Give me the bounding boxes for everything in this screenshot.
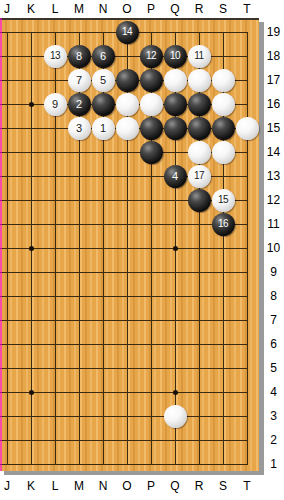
stone-black-M16: 2 bbox=[68, 93, 91, 116]
stone-black-Q18: 10 bbox=[164, 45, 187, 68]
stone-black-P18: 12 bbox=[140, 45, 163, 68]
stone-black-S11: 16 bbox=[212, 213, 235, 236]
stone-white-R17 bbox=[188, 69, 211, 92]
stone-white-N15: 1 bbox=[92, 117, 115, 140]
move-number: 10 bbox=[170, 51, 180, 61]
stone-white-N17: 5 bbox=[92, 69, 115, 92]
move-number: 2 bbox=[76, 99, 82, 110]
stone-white-Q3 bbox=[164, 405, 187, 428]
move-number: 1 bbox=[100, 123, 106, 134]
stone-white-M15: 3 bbox=[68, 117, 91, 140]
stone-white-S14 bbox=[212, 141, 235, 164]
stone-black-P17 bbox=[140, 69, 163, 92]
stone-black-R12 bbox=[188, 189, 211, 212]
stone-white-P16 bbox=[140, 93, 163, 116]
stone-black-Q15 bbox=[164, 117, 187, 140]
stone-white-S17 bbox=[212, 69, 235, 92]
stone-black-Q16 bbox=[164, 93, 187, 116]
stone-black-S15 bbox=[212, 117, 235, 140]
move-number: 16 bbox=[218, 219, 228, 229]
move-number: 13 bbox=[50, 51, 60, 61]
move-number: 7 bbox=[76, 75, 82, 86]
move-number: 12 bbox=[146, 51, 156, 61]
stone-black-R15 bbox=[188, 117, 211, 140]
move-number: 15 bbox=[218, 195, 228, 205]
stone-white-Q17 bbox=[164, 69, 187, 92]
stone-white-R18: 11 bbox=[188, 45, 211, 68]
stone-black-P14 bbox=[140, 141, 163, 164]
move-number: 3 bbox=[76, 123, 82, 134]
stone-black-N16 bbox=[92, 93, 115, 116]
stone-black-P15 bbox=[140, 117, 163, 140]
go-board-screenshot: JKLMNOPQRST JKLMNOPQRST 1918171615141312… bbox=[0, 0, 284, 500]
stone-white-R14 bbox=[188, 141, 211, 164]
move-number: 11 bbox=[194, 51, 203, 61]
stone-black-O17 bbox=[116, 69, 139, 92]
stone-white-L18: 13 bbox=[44, 45, 67, 68]
stone-white-S16 bbox=[212, 93, 235, 116]
stone-black-Q13: 4 bbox=[164, 165, 187, 188]
move-number: 9 bbox=[52, 99, 58, 110]
stone-white-M17: 7 bbox=[68, 69, 91, 92]
stone-black-O19: 14 bbox=[116, 21, 139, 44]
stone-black-M18: 8 bbox=[68, 45, 91, 68]
stone-white-R13: 17 bbox=[188, 165, 211, 188]
move-number: 8 bbox=[76, 51, 82, 62]
stone-white-T15 bbox=[236, 117, 259, 140]
stone-white-L16: 9 bbox=[44, 93, 67, 116]
move-number: 5 bbox=[100, 75, 106, 86]
stone-black-N18: 6 bbox=[92, 45, 115, 68]
move-number: 4 bbox=[172, 171, 178, 182]
stone-white-O15 bbox=[116, 117, 139, 140]
stone-white-O16 bbox=[116, 93, 139, 116]
move-number: 17 bbox=[194, 171, 204, 181]
stones-layer: 1413861210117592314171516 bbox=[0, 0, 284, 500]
move-number: 14 bbox=[122, 27, 132, 37]
stone-black-R16 bbox=[188, 93, 211, 116]
stone-white-S12: 15 bbox=[212, 189, 235, 212]
move-number: 6 bbox=[100, 51, 106, 62]
